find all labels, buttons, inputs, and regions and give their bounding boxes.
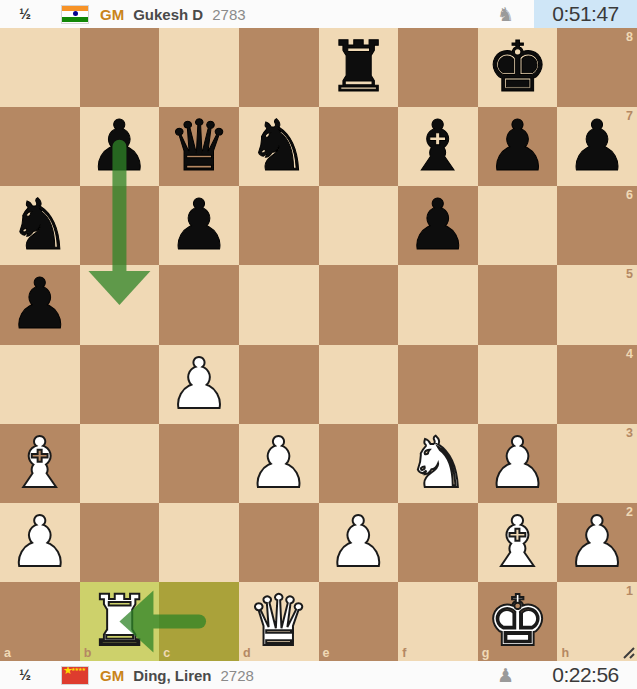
rank-label-3: 3 bbox=[626, 426, 633, 440]
square-g8[interactable]: ♚ bbox=[478, 28, 558, 107]
square-c3[interactable] bbox=[159, 424, 239, 503]
square-f8[interactable] bbox=[398, 28, 478, 107]
square-d2[interactable] bbox=[239, 503, 319, 582]
square-e4[interactable] bbox=[319, 345, 399, 424]
square-f1[interactable]: f bbox=[398, 582, 478, 661]
square-b5[interactable] bbox=[80, 265, 160, 344]
match-score-top: ½ bbox=[10, 6, 40, 22]
square-h2[interactable]: ♟2 bbox=[557, 503, 637, 582]
square-b4[interactable] bbox=[80, 345, 160, 424]
rank-label-6: 6 bbox=[626, 188, 633, 202]
knight-icon: ♞ bbox=[497, 5, 514, 24]
square-c5[interactable] bbox=[159, 265, 239, 344]
square-g7[interactable]: ♟ bbox=[478, 107, 558, 186]
white-queen[interactable]: ♛ bbox=[247, 582, 310, 661]
white-rook[interactable]: ♜ bbox=[88, 582, 151, 661]
black-king[interactable]: ♚ bbox=[486, 28, 549, 107]
black-bishop[interactable]: ♝ bbox=[407, 107, 470, 186]
square-e3[interactable] bbox=[319, 424, 399, 503]
square-e5[interactable] bbox=[319, 265, 399, 344]
square-f5[interactable] bbox=[398, 265, 478, 344]
player-rating-top: 2783 bbox=[212, 6, 245, 23]
chess-broadcast-window: ½ GM Gukesh D 2783 ♞ 0:51:47 ♜♚8♟♛♞♝♟♟7♞… bbox=[0, 0, 637, 689]
rank-label-7: 7 bbox=[626, 109, 633, 123]
square-b1[interactable]: ♜b bbox=[80, 582, 160, 661]
square-a8[interactable] bbox=[0, 28, 80, 107]
square-f3[interactable]: ♞ bbox=[398, 424, 478, 503]
player-name-top: Gukesh D bbox=[133, 6, 203, 23]
square-e6[interactable] bbox=[319, 186, 399, 265]
file-label-a: a bbox=[4, 646, 11, 660]
white-pawn[interactable]: ♟ bbox=[566, 503, 629, 582]
square-a2[interactable]: ♟ bbox=[0, 503, 80, 582]
clock-top: 0:51:47 bbox=[534, 0, 637, 28]
square-d5[interactable] bbox=[239, 265, 319, 344]
square-a7[interactable] bbox=[0, 107, 80, 186]
file-label-g: g bbox=[482, 646, 490, 660]
square-b3[interactable] bbox=[80, 424, 160, 503]
square-c4[interactable]: ♟ bbox=[159, 345, 239, 424]
square-d4[interactable] bbox=[239, 345, 319, 424]
square-g5[interactable] bbox=[478, 265, 558, 344]
square-f2[interactable] bbox=[398, 503, 478, 582]
white-knight[interactable]: ♞ bbox=[407, 424, 470, 503]
player-bar-bottom: ½ ★ ★★★★ GM Ding, Liren 2728 ♟ 0:22:56 bbox=[0, 661, 637, 689]
file-label-f: f bbox=[402, 646, 406, 660]
black-knight[interactable]: ♞ bbox=[247, 107, 310, 186]
player-title-top: GM bbox=[100, 6, 124, 23]
small-stars-icon: ★★★★ bbox=[71, 667, 85, 672]
clock-bottom: 0:22:56 bbox=[534, 661, 637, 689]
china-flag-icon: ★ ★★★★ bbox=[62, 667, 88, 684]
black-queen[interactable]: ♛ bbox=[168, 107, 231, 186]
square-h5[interactable]: 5 bbox=[557, 265, 637, 344]
white-pawn[interactable]: ♟ bbox=[8, 503, 71, 582]
white-pawn[interactable]: ♟ bbox=[327, 503, 390, 582]
square-h7[interactable]: ♟7 bbox=[557, 107, 637, 186]
square-a3[interactable]: ♝ bbox=[0, 424, 80, 503]
rank-label-8: 8 bbox=[626, 30, 633, 44]
pawn-icon: ♟ bbox=[497, 666, 514, 685]
square-h6[interactable]: 6 bbox=[557, 186, 637, 265]
rank-label-1: 1 bbox=[626, 584, 633, 598]
match-score-bottom: ½ bbox=[10, 667, 40, 683]
square-d7[interactable]: ♞ bbox=[239, 107, 319, 186]
file-label-d: d bbox=[243, 646, 251, 660]
square-a5[interactable]: ♟ bbox=[0, 265, 80, 344]
square-e8[interactable]: ♜ bbox=[319, 28, 399, 107]
square-f6[interactable]: ♟ bbox=[398, 186, 478, 265]
square-b2[interactable] bbox=[80, 503, 160, 582]
square-g2[interactable]: ♝ bbox=[478, 503, 558, 582]
square-c1[interactable]: c bbox=[159, 582, 239, 661]
square-e7[interactable] bbox=[319, 107, 399, 186]
square-g4[interactable] bbox=[478, 345, 558, 424]
square-e2[interactable]: ♟ bbox=[319, 503, 399, 582]
square-c2[interactable] bbox=[159, 503, 239, 582]
black-pawn[interactable]: ♟ bbox=[407, 186, 470, 265]
board-area: ♜♚8♟♛♞♝♟♟7♞♟♟6♟5♟4♝♟♞♟3♟♟♝♟2a♜bc♛def♚g1h bbox=[0, 28, 637, 661]
white-bishop[interactable]: ♝ bbox=[8, 424, 71, 503]
square-d1[interactable]: ♛d bbox=[239, 582, 319, 661]
file-label-h: h bbox=[561, 646, 569, 660]
square-f4[interactable] bbox=[398, 345, 478, 424]
black-pawn[interactable]: ♟ bbox=[8, 265, 71, 344]
chess-board: ♜♚8♟♛♞♝♟♟7♞♟♟6♟5♟4♝♟♞♟3♟♟♝♟2a♜bc♛def♚g1h bbox=[0, 28, 637, 661]
white-pawn[interactable]: ♟ bbox=[486, 424, 549, 503]
square-h3[interactable]: 3 bbox=[557, 424, 637, 503]
black-knight[interactable]: ♞ bbox=[8, 186, 71, 265]
india-flag-icon bbox=[62, 6, 88, 23]
square-b6[interactable] bbox=[80, 186, 160, 265]
square-h4[interactable]: 4 bbox=[557, 345, 637, 424]
square-f7[interactable]: ♝ bbox=[398, 107, 478, 186]
square-g6[interactable] bbox=[478, 186, 558, 265]
file-label-e: e bbox=[323, 646, 330, 660]
white-pawn[interactable]: ♟ bbox=[168, 345, 231, 424]
black-pawn[interactable]: ♟ bbox=[88, 107, 151, 186]
square-b8[interactable] bbox=[80, 28, 160, 107]
square-d8[interactable] bbox=[239, 28, 319, 107]
square-e1[interactable]: e bbox=[319, 582, 399, 661]
square-g1[interactable]: ♚g bbox=[478, 582, 558, 661]
square-c6[interactable]: ♟ bbox=[159, 186, 239, 265]
file-label-c: c bbox=[163, 646, 170, 660]
player-bar-top: ½ GM Gukesh D 2783 ♞ 0:51:47 bbox=[0, 0, 637, 28]
square-a1[interactable]: a bbox=[0, 582, 80, 661]
square-d6[interactable] bbox=[239, 186, 319, 265]
white-king[interactable]: ♚ bbox=[486, 582, 549, 661]
square-d3[interactable]: ♟ bbox=[239, 424, 319, 503]
black-pawn[interactable]: ♟ bbox=[566, 107, 629, 186]
rank-label-4: 4 bbox=[626, 347, 633, 361]
square-b7[interactable]: ♟ bbox=[80, 107, 160, 186]
black-rook[interactable]: ♜ bbox=[327, 28, 390, 107]
file-label-b: b bbox=[84, 646, 92, 660]
rank-label-5: 5 bbox=[626, 267, 633, 281]
square-g3[interactable]: ♟ bbox=[478, 424, 558, 503]
chakra-icon bbox=[73, 11, 78, 16]
black-pawn[interactable]: ♟ bbox=[486, 107, 549, 186]
square-c8[interactable] bbox=[159, 28, 239, 107]
square-a4[interactable] bbox=[0, 345, 80, 424]
square-c7[interactable]: ♛ bbox=[159, 107, 239, 186]
square-a6[interactable]: ♞ bbox=[0, 186, 80, 265]
rank-label-2: 2 bbox=[626, 505, 633, 519]
resize-handle[interactable] bbox=[619, 643, 635, 659]
black-pawn[interactable]: ♟ bbox=[168, 186, 231, 265]
white-pawn[interactable]: ♟ bbox=[247, 424, 310, 503]
player-name-bottom: Ding, Liren bbox=[133, 667, 211, 684]
white-bishop[interactable]: ♝ bbox=[486, 503, 549, 582]
player-title-bottom: GM bbox=[100, 667, 124, 684]
square-h8[interactable]: 8 bbox=[557, 28, 637, 107]
player-rating-bottom: 2728 bbox=[221, 667, 254, 684]
